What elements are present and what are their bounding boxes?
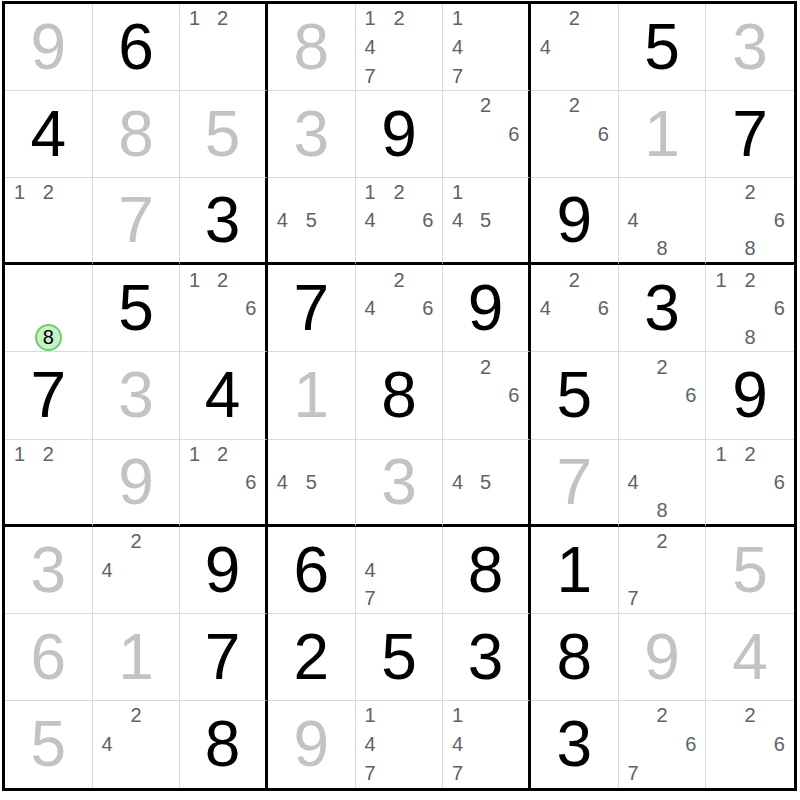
cell-r3c1[interactable]: 12	[5, 178, 93, 265]
cell-r6c6[interactable]: 45	[443, 440, 531, 527]
black-digit: 1	[531, 527, 618, 613]
cell-r5c7[interactable]: 5	[531, 352, 619, 439]
cell-r2c5[interactable]: 9	[356, 91, 444, 178]
cell-r9c3[interactable]: 8	[180, 701, 268, 788]
candidate-7: 7	[443, 759, 471, 788]
empty-candidate-slot	[676, 234, 705, 262]
black-digit: 5	[356, 614, 443, 700]
black-digit: 7	[268, 265, 355, 351]
empty-candidate-slot	[472, 730, 500, 759]
cell-r8c9[interactable]: 4	[706, 614, 794, 701]
candidate-6: 6	[765, 206, 794, 234]
candidate-grid: 45	[268, 178, 355, 262]
candidate-4: 4	[356, 206, 385, 234]
empty-candidate-slot	[180, 323, 208, 352]
empty-candidate-slot	[385, 759, 414, 788]
empty-candidate-slot	[93, 759, 122, 788]
candidate-6: 6	[676, 730, 705, 759]
sudoku-board: 9612812471472453485392626171273451246145…	[2, 1, 797, 791]
cell-r3c2[interactable]: 7	[93, 178, 181, 265]
cell-r8c8[interactable]: 9	[619, 614, 707, 701]
empty-candidate-slot	[237, 496, 265, 524]
empty-candidate-slot	[413, 759, 442, 788]
empty-candidate-slot	[589, 33, 618, 62]
cell-r9c5[interactable]: 147	[356, 701, 444, 788]
cell-r5c3[interactable]: 4	[180, 352, 268, 439]
empty-candidate-slot	[5, 496, 34, 524]
candidate-grid: 1246	[356, 178, 443, 262]
cell-r9c4[interactable]: 9	[268, 701, 356, 788]
empty-candidate-slot	[589, 61, 618, 90]
gray-digit: 7	[93, 178, 180, 262]
candidate-2: 2	[209, 440, 237, 468]
empty-candidate-slot	[472, 149, 500, 178]
cell-r1c9[interactable]: 3	[706, 4, 794, 91]
empty-candidate-slot	[63, 496, 92, 524]
empty-candidate-slot	[676, 468, 705, 496]
cell-r6c5[interactable]: 3	[356, 440, 444, 527]
empty-candidate-slot	[472, 4, 500, 33]
candidate-2: 2	[209, 265, 237, 294]
candidate-grid: 147	[356, 701, 443, 788]
empty-candidate-slot	[268, 440, 297, 468]
empty-candidate-slot	[268, 178, 297, 206]
empty-candidate-slot	[765, 234, 794, 262]
cell-r1c7[interactable]: 24	[531, 4, 619, 91]
empty-candidate-slot	[93, 584, 122, 613]
candidate-2: 2	[648, 352, 677, 381]
candidate-6: 6	[765, 730, 794, 759]
empty-candidate-slot	[237, 4, 265, 33]
black-digit: 6	[268, 527, 355, 613]
cell-r8c2[interactable]: 1	[93, 614, 181, 701]
candidate-grid: 126	[706, 440, 794, 524]
candidate-grid: 24	[93, 527, 180, 613]
cell-r6c1[interactable]: 12	[5, 440, 93, 527]
cell-r1c5[interactable]: 1247	[356, 4, 444, 91]
empty-candidate-slot	[443, 410, 471, 439]
empty-candidate-slot	[63, 440, 92, 468]
candidate-2: 2	[560, 91, 589, 120]
black-digit: 9	[356, 91, 443, 177]
candidate-2: 2	[736, 265, 765, 294]
cell-r3c5[interactable]: 1246	[356, 178, 444, 265]
empty-candidate-slot	[676, 352, 705, 381]
candidate-grid: 26	[619, 352, 706, 438]
candidate-4: 4	[443, 730, 471, 759]
candidate-7: 7	[619, 584, 648, 613]
empty-candidate-slot	[619, 496, 648, 524]
cell-r6c4[interactable]: 45	[268, 440, 356, 527]
cell-r7c6[interactable]: 8	[443, 527, 531, 614]
cell-r1c8[interactable]: 5	[619, 4, 707, 91]
cell-r4c9[interactable]: 1268	[706, 265, 794, 352]
empty-candidate-slot	[589, 149, 618, 178]
cell-r2c8[interactable]: 1	[619, 91, 707, 178]
black-digit: 7	[5, 352, 92, 438]
empty-candidate-slot	[472, 701, 500, 730]
empty-candidate-slot	[5, 206, 34, 234]
cell-r5c9[interactable]: 9	[706, 352, 794, 439]
candidate-2: 2	[122, 527, 151, 556]
empty-candidate-slot	[150, 584, 179, 613]
empty-candidate-slot	[500, 178, 528, 206]
empty-candidate-slot	[443, 352, 471, 381]
cell-r4c5[interactable]: 246	[356, 265, 444, 352]
cell-r5c6[interactable]: 26	[443, 352, 531, 439]
empty-candidate-slot	[765, 265, 794, 294]
empty-candidate-slot	[237, 33, 265, 62]
empty-candidate-slot	[472, 410, 500, 439]
gray-digit: 6	[5, 614, 92, 700]
empty-candidate-slot	[209, 33, 237, 62]
empty-candidate-slot	[63, 178, 92, 206]
candidate-6: 6	[765, 294, 794, 323]
gray-digit: 9	[619, 614, 706, 700]
empty-candidate-slot	[5, 323, 34, 352]
black-digit: 4	[5, 91, 92, 177]
cell-r7c3[interactable]: 9	[180, 527, 268, 614]
cell-r2c1[interactable]: 4	[5, 91, 93, 178]
empty-candidate-slot	[472, 440, 500, 468]
candidate-2: 2	[122, 701, 151, 730]
cell-r6c3[interactable]: 126	[180, 440, 268, 527]
empty-candidate-slot	[326, 206, 355, 234]
candidate-8: 8	[648, 496, 677, 524]
candidate-2: 2	[34, 178, 63, 206]
black-digit: 5	[619, 4, 706, 90]
empty-candidate-slot	[648, 730, 677, 759]
cell-r2c9[interactable]: 7	[706, 91, 794, 178]
candidate-1: 1	[706, 440, 735, 468]
cell-r9c7[interactable]: 3	[531, 701, 619, 788]
empty-candidate-slot	[180, 468, 208, 496]
candidate-grid: 12	[180, 4, 265, 90]
empty-candidate-slot	[500, 730, 528, 759]
empty-candidate-slot	[676, 555, 705, 584]
cell-r4c1[interactable]: 8	[5, 265, 93, 352]
empty-candidate-slot	[472, 234, 500, 262]
empty-candidate-slot	[237, 61, 265, 90]
cell-r6c9[interactable]: 126	[706, 440, 794, 527]
cell-r9c2[interactable]: 24	[93, 701, 181, 788]
black-digit: 9	[531, 178, 618, 262]
empty-candidate-slot	[648, 410, 677, 439]
candidate-grid: 246	[531, 265, 618, 351]
candidate-grid: 45	[268, 440, 355, 524]
cell-r3c3[interactable]: 3	[180, 178, 268, 265]
gray-digit: 5	[180, 91, 265, 177]
empty-candidate-slot	[706, 468, 735, 496]
empty-candidate-slot	[356, 265, 385, 294]
sudoku-app: 9612812471472453485392626171273451246145…	[0, 0, 800, 800]
cell-r9c1[interactable]: 5	[5, 701, 93, 788]
black-digit: 8	[180, 701, 265, 788]
cell-r8c6[interactable]: 3	[443, 614, 531, 701]
empty-candidate-slot	[676, 527, 705, 556]
candidate-1: 1	[443, 178, 471, 206]
empty-candidate-slot	[150, 759, 179, 788]
empty-candidate-slot	[209, 496, 237, 524]
empty-candidate-slot	[648, 206, 677, 234]
cell-r7c5[interactable]: 47	[356, 527, 444, 614]
empty-candidate-slot	[472, 759, 500, 788]
empty-candidate-slot	[34, 468, 63, 496]
empty-candidate-slot	[63, 323, 92, 352]
empty-candidate-slot	[765, 323, 794, 352]
cell-r3c8[interactable]: 48	[619, 178, 707, 265]
candidate-grid: 147	[443, 4, 528, 90]
cell-r1c2[interactable]: 6	[93, 4, 181, 91]
cell-r5c1[interactable]: 7	[5, 352, 93, 439]
cell-r8c5[interactable]: 5	[356, 614, 444, 701]
empty-candidate-slot	[676, 440, 705, 468]
empty-candidate-slot	[122, 730, 151, 759]
cell-r1c6[interactable]: 147	[443, 4, 531, 91]
cell-r2c2[interactable]: 8	[93, 91, 181, 178]
cell-r8c3[interactable]: 7	[180, 614, 268, 701]
candidate-grid: 47	[356, 527, 443, 613]
cell-r5c4[interactable]: 1	[268, 352, 356, 439]
candidate-2: 2	[385, 265, 414, 294]
empty-candidate-slot	[413, 584, 442, 613]
cell-r1c4[interactable]: 8	[268, 4, 356, 91]
cell-r4c8[interactable]: 3	[619, 265, 707, 352]
empty-candidate-slot	[619, 701, 648, 730]
empty-candidate-slot	[676, 178, 705, 206]
empty-candidate-slot	[676, 584, 705, 613]
empty-candidate-slot	[736, 496, 765, 524]
cell-r2c7[interactable]: 26	[531, 91, 619, 178]
empty-candidate-slot	[385, 294, 414, 323]
candidate-2: 2	[472, 91, 500, 120]
empty-candidate-slot	[500, 61, 528, 90]
cell-r7c8[interactable]: 27	[619, 527, 707, 614]
candidate-5: 5	[297, 468, 326, 496]
cell-r9c9[interactable]: 26	[706, 701, 794, 788]
candidate-5: 5	[472, 468, 500, 496]
empty-candidate-slot	[619, 178, 648, 206]
empty-candidate-slot	[500, 91, 528, 120]
candidate-1: 1	[180, 265, 208, 294]
empty-candidate-slot	[34, 265, 63, 294]
candidate-7: 7	[356, 61, 385, 90]
candidate-2: 2	[648, 527, 677, 556]
candidate-6: 6	[237, 468, 265, 496]
cell-r7c9[interactable]: 5	[706, 527, 794, 614]
empty-candidate-slot	[122, 555, 151, 584]
cell-r4c3[interactable]: 126	[180, 265, 268, 352]
candidate-1: 1	[443, 701, 471, 730]
empty-candidate-slot	[297, 440, 326, 468]
empty-candidate-slot	[472, 178, 500, 206]
empty-candidate-slot	[443, 440, 471, 468]
candidate-4: 4	[268, 206, 297, 234]
empty-candidate-slot	[706, 730, 735, 759]
gray-digit: 3	[356, 440, 443, 524]
gray-digit: 8	[93, 91, 180, 177]
candidate-6: 6	[413, 206, 442, 234]
candidate-4: 4	[443, 468, 471, 496]
cell-r2c6[interactable]: 26	[443, 91, 531, 178]
empty-candidate-slot	[500, 440, 528, 468]
candidate-grid: 12	[5, 440, 92, 524]
gray-digit: 1	[619, 91, 706, 177]
empty-candidate-slot	[560, 61, 589, 90]
candidate-8: 8	[736, 323, 765, 352]
candidate-6: 6	[413, 294, 442, 323]
cell-r2c4[interactable]: 3	[268, 91, 356, 178]
cell-r7c4[interactable]: 6	[268, 527, 356, 614]
cell-r3c4[interactable]: 45	[268, 178, 356, 265]
candidate-6: 6	[500, 381, 528, 410]
empty-candidate-slot	[500, 352, 528, 381]
candidate-2: 2	[209, 4, 237, 33]
empty-candidate-slot	[413, 234, 442, 262]
empty-candidate-slot	[63, 265, 92, 294]
empty-candidate-slot	[648, 584, 677, 613]
cell-r9c8[interactable]: 267	[619, 701, 707, 788]
cell-r3c7[interactable]: 9	[531, 178, 619, 265]
empty-candidate-slot	[413, 527, 442, 556]
empty-candidate-slot	[385, 555, 414, 584]
empty-candidate-slot	[619, 440, 648, 468]
candidate-2: 2	[472, 352, 500, 381]
empty-candidate-slot	[619, 527, 648, 556]
cell-r4c4[interactable]: 7	[268, 265, 356, 352]
candidate-4: 4	[268, 468, 297, 496]
candidate-4: 4	[619, 468, 648, 496]
cell-r1c3[interactable]: 12	[180, 4, 268, 91]
cell-r4c2[interactable]: 5	[93, 265, 181, 352]
candidate-4: 4	[356, 294, 385, 323]
cell-r8c7[interactable]: 8	[531, 614, 619, 701]
candidate-6: 6	[500, 120, 528, 149]
candidate-4: 4	[443, 33, 471, 62]
black-digit: 8	[356, 352, 443, 438]
cell-r5c2[interactable]: 3	[93, 352, 181, 439]
empty-candidate-slot	[589, 265, 618, 294]
empty-candidate-slot	[531, 91, 560, 120]
empty-candidate-slot	[5, 294, 34, 323]
empty-candidate-slot	[34, 206, 63, 234]
candidate-slot-8: 8	[34, 323, 63, 352]
candidate-4: 4	[356, 555, 385, 584]
empty-candidate-slot	[648, 555, 677, 584]
empty-candidate-slot	[443, 91, 471, 120]
empty-candidate-slot	[34, 294, 63, 323]
candidate-6: 6	[676, 381, 705, 410]
empty-candidate-slot	[150, 730, 179, 759]
empty-candidate-slot	[500, 33, 528, 62]
gray-digit: 9	[5, 4, 92, 90]
empty-candidate-slot	[706, 206, 735, 234]
empty-candidate-slot	[531, 120, 560, 149]
cell-r5c8[interactable]: 26	[619, 352, 707, 439]
empty-candidate-slot	[619, 381, 648, 410]
candidate-6: 6	[765, 468, 794, 496]
cell-r1c1[interactable]: 9	[5, 4, 93, 91]
cell-r3c6[interactable]: 145	[443, 178, 531, 265]
empty-candidate-slot	[500, 234, 528, 262]
empty-candidate-slot	[500, 206, 528, 234]
empty-candidate-slot	[500, 4, 528, 33]
cell-r8c4[interactable]: 2	[268, 614, 356, 701]
empty-candidate-slot	[413, 701, 442, 730]
candidate-grid: 8	[5, 265, 92, 351]
empty-candidate-slot	[180, 294, 208, 323]
cell-r7c2[interactable]: 24	[93, 527, 181, 614]
candidate-grid: 24	[531, 4, 618, 90]
empty-candidate-slot	[385, 206, 414, 234]
empty-candidate-slot	[268, 496, 297, 524]
empty-candidate-slot	[736, 730, 765, 759]
cell-r5c5[interactable]: 8	[356, 352, 444, 439]
empty-candidate-slot	[180, 61, 208, 90]
cell-r8c1[interactable]: 6	[5, 614, 93, 701]
empty-candidate-slot	[150, 527, 179, 556]
cell-r7c1[interactable]: 3	[5, 527, 93, 614]
cell-r4c6[interactable]: 9	[443, 265, 531, 352]
empty-candidate-slot	[706, 234, 735, 262]
empty-candidate-slot	[413, 730, 442, 759]
empty-candidate-slot	[589, 323, 618, 352]
empty-candidate-slot	[443, 120, 471, 149]
candidate-grid: 267	[619, 701, 706, 788]
candidate-4: 4	[93, 555, 122, 584]
empty-candidate-slot	[326, 496, 355, 524]
candidate-2: 2	[385, 178, 414, 206]
candidate-8: 8	[648, 234, 677, 262]
empty-candidate-slot	[93, 527, 122, 556]
empty-candidate-slot	[648, 178, 677, 206]
empty-candidate-slot	[5, 468, 34, 496]
cell-r6c7[interactable]: 7	[531, 440, 619, 527]
empty-candidate-slot	[531, 149, 560, 178]
empty-candidate-slot	[619, 410, 648, 439]
cell-r9c6[interactable]: 147	[443, 701, 531, 788]
candidate-4: 4	[443, 206, 471, 234]
empty-candidate-slot	[180, 496, 208, 524]
cell-r4c7[interactable]: 246	[531, 265, 619, 352]
empty-candidate-slot	[500, 496, 528, 524]
cell-r2c3[interactable]: 5	[180, 91, 268, 178]
gray-digit: 3	[5, 527, 92, 613]
highlighted-candidate-8: 8	[35, 324, 62, 351]
black-digit: 9	[443, 265, 528, 351]
black-digit: 9	[180, 527, 265, 613]
empty-candidate-slot	[385, 323, 414, 352]
candidate-8: 8	[736, 234, 765, 262]
cell-r7c7[interactable]: 1	[531, 527, 619, 614]
empty-candidate-slot	[209, 294, 237, 323]
empty-candidate-slot	[706, 701, 735, 730]
black-digit: 6	[93, 4, 180, 90]
gray-digit: 9	[268, 701, 355, 788]
cell-r6c2[interactable]: 9	[93, 440, 181, 527]
candidate-6: 6	[237, 294, 265, 323]
cell-r3c9[interactable]: 268	[706, 178, 794, 265]
empty-candidate-slot	[706, 178, 735, 206]
empty-candidate-slot	[237, 440, 265, 468]
candidate-5: 5	[297, 206, 326, 234]
candidate-7: 7	[443, 61, 471, 90]
candidate-6: 6	[589, 294, 618, 323]
black-digit: 4	[180, 352, 265, 438]
cell-r6c8[interactable]: 48	[619, 440, 707, 527]
empty-candidate-slot	[765, 178, 794, 206]
candidate-2: 2	[736, 440, 765, 468]
